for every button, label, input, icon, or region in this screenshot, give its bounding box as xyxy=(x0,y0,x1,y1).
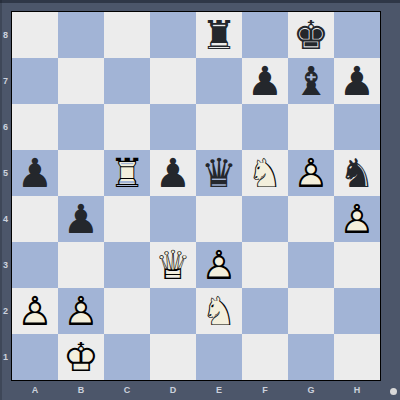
square-b1[interactable]: ♚♔ xyxy=(58,334,104,380)
white-pawn-a2[interactable]: ♟♙ xyxy=(12,288,58,334)
square-h4[interactable]: ♟♙ xyxy=(334,196,380,242)
square-b2[interactable]: ♟♙ xyxy=(58,288,104,334)
square-d4[interactable] xyxy=(150,196,196,242)
white-knight-outline: ♘ xyxy=(196,288,242,334)
square-e6[interactable] xyxy=(196,104,242,150)
black-pawn-f7[interactable]: ♟ xyxy=(242,58,288,104)
black-pawn-glyph: ♟ xyxy=(242,58,288,104)
rank-label-3: 3 xyxy=(0,242,11,288)
white-pawn-outline: ♙ xyxy=(12,288,58,334)
black-rook-e8[interactable]: ♜ xyxy=(196,12,242,58)
rank-label-6: 6 xyxy=(0,104,11,150)
square-d8[interactable] xyxy=(150,12,196,58)
white-queen-d3[interactable]: ♛♕ xyxy=(150,242,196,288)
square-g4[interactable] xyxy=(288,196,334,242)
square-g5[interactable]: ♟♙ xyxy=(288,150,334,196)
square-b7[interactable] xyxy=(58,58,104,104)
square-f7[interactable]: ♟ xyxy=(242,58,288,104)
black-king-g8[interactable]: ♚ xyxy=(288,12,334,58)
square-g3[interactable] xyxy=(288,242,334,288)
square-f2[interactable] xyxy=(242,288,288,334)
square-a8[interactable] xyxy=(12,12,58,58)
square-a7[interactable] xyxy=(12,58,58,104)
black-pawn-glyph: ♟ xyxy=(12,150,58,196)
white-pawn-h4[interactable]: ♟♙ xyxy=(334,196,380,242)
white-pawn-outline: ♙ xyxy=(196,242,242,288)
square-c8[interactable] xyxy=(104,12,150,58)
white-pawn-b2[interactable]: ♟♙ xyxy=(58,288,104,334)
square-f1[interactable] xyxy=(242,334,288,380)
black-pawn-d5[interactable]: ♟ xyxy=(150,150,196,196)
square-d2[interactable] xyxy=(150,288,196,334)
square-b6[interactable] xyxy=(58,104,104,150)
black-pawn-h7[interactable]: ♟ xyxy=(334,58,380,104)
square-c3[interactable] xyxy=(104,242,150,288)
file-label-e: E xyxy=(196,381,242,400)
square-e2[interactable]: ♞♘ xyxy=(196,288,242,334)
square-d3[interactable]: ♛♕ xyxy=(150,242,196,288)
square-f8[interactable] xyxy=(242,12,288,58)
file-label-d: D xyxy=(150,381,196,400)
square-d1[interactable] xyxy=(150,334,196,380)
square-a5[interactable]: ♟ xyxy=(12,150,58,196)
black-queen-e5[interactable]: ♛ xyxy=(196,150,242,196)
square-a4[interactable] xyxy=(12,196,58,242)
rank-label-1: 1 xyxy=(0,334,11,380)
square-f5[interactable]: ♞♘ xyxy=(242,150,288,196)
square-a6[interactable] xyxy=(12,104,58,150)
square-c5[interactable]: ♜♖ xyxy=(104,150,150,196)
square-c4[interactable] xyxy=(104,196,150,242)
black-rook-glyph: ♜ xyxy=(196,12,242,58)
white-pawn-e3[interactable]: ♟♙ xyxy=(196,242,242,288)
black-knight-glyph: ♞ xyxy=(334,150,380,196)
white-pawn-outline: ♙ xyxy=(58,288,104,334)
black-pawn-b4[interactable]: ♟ xyxy=(58,196,104,242)
square-d5[interactable]: ♟ xyxy=(150,150,196,196)
square-g2[interactable] xyxy=(288,288,334,334)
chess-board: ♜♚♟♝♟♟♜♖♟♛♞♘♟♙♞♟♟♙♛♕♟♙♟♙♟♙♞♘♚♔ xyxy=(12,12,380,380)
file-label-a: A xyxy=(12,381,58,400)
white-queen-outline: ♕ xyxy=(150,242,196,288)
square-g1[interactable] xyxy=(288,334,334,380)
square-a3[interactable] xyxy=(12,242,58,288)
square-f6[interactable] xyxy=(242,104,288,150)
square-e4[interactable] xyxy=(196,196,242,242)
square-b5[interactable] xyxy=(58,150,104,196)
square-e8[interactable]: ♜ xyxy=(196,12,242,58)
square-g8[interactable]: ♚ xyxy=(288,12,334,58)
black-pawn-glyph: ♟ xyxy=(58,196,104,242)
square-a2[interactable]: ♟♙ xyxy=(12,288,58,334)
square-g7[interactable]: ♝ xyxy=(288,58,334,104)
square-b8[interactable] xyxy=(58,12,104,58)
white-knight-outline: ♘ xyxy=(242,150,288,196)
white-to-move-indicator xyxy=(390,388,397,395)
square-g6[interactable] xyxy=(288,104,334,150)
rank-label-5: 5 xyxy=(0,150,11,196)
square-h2[interactable] xyxy=(334,288,380,334)
file-label-f: F xyxy=(242,381,288,400)
square-f3[interactable] xyxy=(242,242,288,288)
square-e1[interactable] xyxy=(196,334,242,380)
square-e3[interactable]: ♟♙ xyxy=(196,242,242,288)
square-d6[interactable] xyxy=(150,104,196,150)
square-b3[interactable] xyxy=(58,242,104,288)
square-h1[interactable] xyxy=(334,334,380,380)
file-label-c: C xyxy=(104,381,150,400)
square-h8[interactable] xyxy=(334,12,380,58)
rank-label-7: 7 xyxy=(0,58,11,104)
square-c6[interactable] xyxy=(104,104,150,150)
square-h7[interactable]: ♟ xyxy=(334,58,380,104)
square-b4[interactable]: ♟ xyxy=(58,196,104,242)
black-king-glyph: ♚ xyxy=(288,12,334,58)
square-f4[interactable] xyxy=(242,196,288,242)
square-c2[interactable] xyxy=(104,288,150,334)
chess-board-frame: ♜♚♟♝♟♟♜♖♟♛♞♘♟♙♞♟♟♙♛♕♟♙♟♙♟♙♞♘♚♔ 87654321 … xyxy=(0,0,400,400)
white-rook-c5[interactable]: ♜♖ xyxy=(104,150,150,196)
white-pawn-outline: ♙ xyxy=(288,150,334,196)
black-pawn-a5[interactable]: ♟ xyxy=(12,150,58,196)
white-king-b1[interactable]: ♚♔ xyxy=(58,334,104,380)
white-pawn-outline: ♙ xyxy=(334,196,380,242)
black-bishop-g7[interactable]: ♝ xyxy=(288,58,334,104)
square-d7[interactable] xyxy=(150,58,196,104)
white-knight-f5[interactable]: ♞♘ xyxy=(242,150,288,196)
black-pawn-glyph: ♟ xyxy=(334,58,380,104)
white-pawn-g5[interactable]: ♟♙ xyxy=(288,150,334,196)
square-a1[interactable] xyxy=(12,334,58,380)
white-knight-e2[interactable]: ♞♘ xyxy=(196,288,242,334)
rank-label-4: 4 xyxy=(0,196,11,242)
black-queen-glyph: ♛ xyxy=(196,150,242,196)
file-label-g: G xyxy=(288,381,334,400)
square-h3[interactable] xyxy=(334,242,380,288)
square-h5[interactable]: ♞ xyxy=(334,150,380,196)
square-c1[interactable] xyxy=(104,334,150,380)
file-label-h: H xyxy=(334,381,380,400)
square-h6[interactable] xyxy=(334,104,380,150)
square-e7[interactable] xyxy=(196,58,242,104)
square-e5[interactable]: ♛ xyxy=(196,150,242,196)
rank-label-2: 2 xyxy=(0,288,11,334)
black-pawn-glyph: ♟ xyxy=(150,150,196,196)
black-bishop-glyph: ♝ xyxy=(288,58,334,104)
square-c7[interactable] xyxy=(104,58,150,104)
file-label-b: B xyxy=(58,381,104,400)
black-knight-h5[interactable]: ♞ xyxy=(334,150,380,196)
white-rook-outline: ♖ xyxy=(104,150,150,196)
rank-label-8: 8 xyxy=(0,12,11,58)
white-king-outline: ♔ xyxy=(58,334,104,380)
